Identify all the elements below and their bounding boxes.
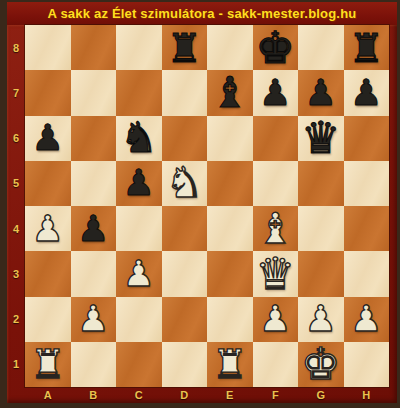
file-label-h: H: [344, 387, 390, 403]
square-c7[interactable]: [116, 70, 162, 115]
black-queen-g6[interactable]: ♛: [301, 116, 340, 160]
black-king-f8[interactable]: ♚: [256, 26, 295, 70]
square-b3[interactable]: [71, 251, 117, 296]
square-b7[interactable]: [71, 70, 117, 115]
square-c1[interactable]: [116, 342, 162, 387]
square-g4[interactable]: [298, 206, 344, 251]
square-c8[interactable]: [116, 25, 162, 70]
square-e7[interactable]: ♝: [207, 70, 253, 115]
rank-labels: 87654321: [7, 25, 25, 387]
square-e4[interactable]: [207, 206, 253, 251]
white-pawn-b2[interactable]: ♟: [77, 301, 109, 337]
square-d2[interactable]: [162, 297, 208, 342]
square-a1[interactable]: ♜: [25, 342, 71, 387]
square-f5[interactable]: [253, 161, 299, 206]
black-rook-h8[interactable]: ♜: [348, 28, 384, 68]
rank-label-5: 5: [7, 161, 25, 206]
rank-label-3: 3: [7, 251, 25, 296]
square-b1[interactable]: [71, 342, 117, 387]
square-f6[interactable]: [253, 116, 299, 161]
white-pawn-h2[interactable]: ♟: [350, 301, 382, 337]
rank-label-1: 1: [7, 342, 25, 387]
white-pawn-g2[interactable]: ♟: [305, 301, 337, 337]
white-rook-e1[interactable]: ♜: [212, 344, 248, 384]
square-a7[interactable]: [25, 70, 71, 115]
square-e5[interactable]: [207, 161, 253, 206]
rank-label-8: 8: [7, 25, 25, 70]
square-c2[interactable]: [116, 297, 162, 342]
square-d1[interactable]: [162, 342, 208, 387]
file-label-f: F: [253, 387, 299, 403]
square-f1[interactable]: [253, 342, 299, 387]
square-g8[interactable]: [298, 25, 344, 70]
square-d3[interactable]: [162, 251, 208, 296]
square-h1[interactable]: [344, 342, 390, 387]
board-frame: 87654321 ♜♚♜♝♟♟♟♟♞♛♟♞♟♟♝♟♛♟♟♟♟♜♜♚ ABCDEF…: [7, 25, 397, 403]
white-knight-d5[interactable]: ♞: [165, 162, 203, 204]
file-label-e: E: [207, 387, 253, 403]
square-e6[interactable]: [207, 116, 253, 161]
square-a8[interactable]: [25, 25, 71, 70]
chess-blog-window: A sakk az Élet szimulátora - sakk-mester…: [0, 0, 400, 408]
black-bishop-e7[interactable]: ♝: [211, 72, 249, 114]
black-pawn-a6[interactable]: ♟: [32, 120, 64, 156]
square-f8[interactable]: ♚: [253, 25, 299, 70]
file-label-c: C: [116, 387, 162, 403]
square-a4[interactable]: ♟: [25, 206, 71, 251]
file-labels: ABCDEFGH: [25, 387, 389, 403]
rank-label-7: 7: [7, 70, 25, 115]
white-pawn-a4[interactable]: ♟: [32, 211, 64, 247]
file-label-b: B: [71, 387, 117, 403]
square-g2[interactable]: ♟: [298, 297, 344, 342]
black-knight-c6[interactable]: ♞: [120, 117, 158, 159]
square-a3[interactable]: [25, 251, 71, 296]
square-b8[interactable]: [71, 25, 117, 70]
white-queen-f3[interactable]: ♛: [256, 252, 295, 296]
square-d4[interactable]: [162, 206, 208, 251]
square-c4[interactable]: [116, 206, 162, 251]
black-pawn-f7[interactable]: ♟: [259, 75, 291, 111]
black-pawn-c5[interactable]: ♟: [123, 165, 155, 201]
square-h8[interactable]: ♜: [344, 25, 390, 70]
square-b2[interactable]: ♟: [71, 297, 117, 342]
square-c6[interactable]: ♞: [116, 116, 162, 161]
rank-label-2: 2: [7, 297, 25, 342]
black-pawn-h7[interactable]: ♟: [350, 75, 382, 111]
square-e1[interactable]: ♜: [207, 342, 253, 387]
square-f7[interactable]: ♟: [253, 70, 299, 115]
square-h6[interactable]: [344, 116, 390, 161]
square-c5[interactable]: ♟: [116, 161, 162, 206]
square-a6[interactable]: ♟: [25, 116, 71, 161]
square-d7[interactable]: [162, 70, 208, 115]
square-f2[interactable]: ♟: [253, 297, 299, 342]
square-d5[interactable]: ♞: [162, 161, 208, 206]
file-label-g: G: [298, 387, 344, 403]
file-label-a: A: [25, 387, 71, 403]
square-e3[interactable]: [207, 251, 253, 296]
square-d6[interactable]: [162, 116, 208, 161]
square-b6[interactable]: [71, 116, 117, 161]
square-h7[interactable]: ♟: [344, 70, 390, 115]
black-pawn-b4[interactable]: ♟: [77, 211, 109, 247]
square-c3[interactable]: ♟: [116, 251, 162, 296]
black-rook-d8[interactable]: ♜: [166, 28, 202, 68]
square-f4[interactable]: ♝: [253, 206, 299, 251]
page-title: A sakk az Élet szimulátora - sakk-mester…: [48, 6, 357, 21]
square-h5[interactable]: [344, 161, 390, 206]
square-g7[interactable]: ♟: [298, 70, 344, 115]
square-h4[interactable]: [344, 206, 390, 251]
square-g3[interactable]: [298, 251, 344, 296]
square-e2[interactable]: [207, 297, 253, 342]
square-b5[interactable]: [71, 161, 117, 206]
square-h2[interactable]: ♟: [344, 297, 390, 342]
black-pawn-g7[interactable]: ♟: [305, 75, 337, 111]
square-g5[interactable]: [298, 161, 344, 206]
title-bar: A sakk az Élet szimulátora - sakk-mester…: [7, 2, 397, 25]
white-king-g1[interactable]: ♚: [301, 342, 340, 386]
square-f3[interactable]: ♛: [253, 251, 299, 296]
rank-label-6: 6: [7, 116, 25, 161]
square-a5[interactable]: [25, 161, 71, 206]
file-label-d: D: [162, 387, 208, 403]
square-a2[interactable]: [25, 297, 71, 342]
white-pawn-f2[interactable]: ♟: [259, 301, 291, 337]
chess-board: ♜♚♜♝♟♟♟♟♞♛♟♞♟♟♝♟♛♟♟♟♟♜♜♚: [25, 25, 389, 387]
square-d8[interactable]: ♜: [162, 25, 208, 70]
square-g6[interactable]: ♛: [298, 116, 344, 161]
white-rook-a1[interactable]: ♜: [30, 344, 66, 384]
square-h3[interactable]: [344, 251, 390, 296]
square-b4[interactable]: ♟: [71, 206, 117, 251]
rank-label-4: 4: [7, 206, 25, 251]
white-pawn-c3[interactable]: ♟: [123, 256, 155, 292]
square-e8[interactable]: [207, 25, 253, 70]
square-g1[interactable]: ♚: [298, 342, 344, 387]
white-bishop-f4[interactable]: ♝: [256, 208, 294, 250]
